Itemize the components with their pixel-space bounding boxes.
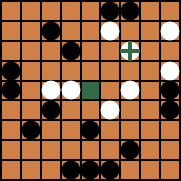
black-attacker-stone[interactable] [41, 101, 60, 120]
cell-r8c6[interactable] [121, 161, 139, 179]
cell-r8c5[interactable] [101, 161, 119, 179]
tafl-board [0, 0, 181, 181]
cell-r4c5[interactable] [101, 82, 119, 100]
cell-r6c5[interactable] [101, 121, 119, 139]
cell-r1c7[interactable] [141, 22, 159, 40]
cell-r6c6[interactable] [121, 121, 139, 139]
cell-r5c1[interactable] [22, 101, 40, 119]
cell-r3c3[interactable] [62, 62, 80, 80]
white-defender-stone[interactable] [101, 101, 120, 120]
cell-r6c3[interactable] [62, 121, 80, 139]
king-cross-icon [120, 49, 140, 53]
cell-r2c0[interactable] [2, 42, 20, 60]
cell-r7c2[interactable] [42, 141, 60, 159]
black-attacker-stone[interactable] [121, 141, 140, 160]
cell-r3c6[interactable] [121, 62, 139, 80]
cell-r2c6[interactable] [121, 42, 139, 60]
cell-r6c4[interactable] [82, 121, 100, 139]
cell-r5c7[interactable] [141, 101, 159, 119]
white-defender-stone[interactable] [41, 81, 60, 100]
cell-r7c4[interactable] [82, 141, 100, 159]
cell-r4c3[interactable] [62, 82, 80, 100]
cell-r8c7[interactable] [141, 161, 159, 179]
cell-r3c8[interactable] [161, 62, 179, 80]
cell-r4c7[interactable] [141, 82, 159, 100]
cell-r4c8[interactable] [161, 82, 179, 100]
cell-r8c4[interactable] [82, 161, 100, 179]
black-attacker-stone[interactable] [81, 121, 100, 140]
cell-r1c1[interactable] [22, 22, 40, 40]
black-attacker-stone[interactable] [21, 121, 40, 140]
cell-r5c8[interactable] [161, 101, 179, 119]
cell-r6c1[interactable] [22, 121, 40, 139]
cell-r5c3[interactable] [62, 101, 80, 119]
black-attacker-stone[interactable] [101, 161, 120, 180]
cell-r8c0[interactable] [2, 161, 20, 179]
cell-r0c6[interactable] [121, 2, 139, 20]
cell-r8c2[interactable] [42, 161, 60, 179]
cell-r3c5[interactable] [101, 62, 119, 80]
cell-r2c4[interactable] [82, 42, 100, 60]
cell-r7c8[interactable] [161, 141, 179, 159]
cell-r2c1[interactable] [22, 42, 40, 60]
cell-r5c5[interactable] [101, 101, 119, 119]
cell-r2c8[interactable] [161, 42, 179, 60]
cell-r1c8[interactable] [161, 22, 179, 40]
cell-r0c4[interactable] [82, 2, 100, 20]
black-attacker-stone[interactable] [161, 81, 180, 100]
white-defender-stone[interactable] [121, 81, 140, 100]
cell-r0c7[interactable] [141, 2, 159, 20]
cell-r4c1[interactable] [22, 82, 40, 100]
cell-r7c5[interactable] [101, 141, 119, 159]
white-defender-stone[interactable] [101, 21, 120, 40]
cell-r0c2[interactable] [42, 2, 60, 20]
black-attacker-stone[interactable] [1, 81, 20, 100]
cell-r8c3[interactable] [62, 161, 80, 179]
cell-r5c6[interactable] [121, 101, 139, 119]
cell-r7c1[interactable] [22, 141, 40, 159]
cell-r6c0[interactable] [2, 121, 20, 139]
white-defender-stone[interactable] [161, 61, 180, 80]
cell-r1c6[interactable] [121, 22, 139, 40]
cell-r7c7[interactable] [141, 141, 159, 159]
cell-r2c7[interactable] [141, 42, 159, 60]
cell-r6c7[interactable] [141, 121, 159, 139]
black-attacker-stone[interactable] [101, 1, 120, 20]
cell-r1c5[interactable] [101, 22, 119, 40]
cell-r4c2[interactable] [42, 82, 60, 100]
black-attacker-stone[interactable] [41, 21, 60, 40]
throne-square[interactable] [82, 82, 100, 100]
cell-r3c1[interactable] [22, 62, 40, 80]
cell-r2c5[interactable] [101, 42, 119, 60]
black-attacker-stone[interactable] [81, 161, 100, 180]
cell-r0c5[interactable] [101, 2, 119, 20]
white-defender-stone[interactable] [161, 21, 180, 40]
cell-r1c3[interactable] [62, 22, 80, 40]
black-attacker-stone[interactable] [121, 1, 140, 20]
cell-r3c7[interactable] [141, 62, 159, 80]
cell-r1c4[interactable] [82, 22, 100, 40]
cell-r5c4[interactable] [82, 101, 100, 119]
cell-r7c6[interactable] [121, 141, 139, 159]
cell-r0c0[interactable] [2, 2, 20, 20]
black-attacker-stone[interactable] [161, 101, 180, 120]
cell-r3c4[interactable] [82, 62, 100, 80]
cell-r8c1[interactable] [22, 161, 40, 179]
cell-r6c2[interactable] [42, 121, 60, 139]
cell-r1c0[interactable] [2, 22, 20, 40]
cell-r6c8[interactable] [161, 121, 179, 139]
cell-r3c0[interactable] [2, 62, 20, 80]
cell-r1c2[interactable] [42, 22, 60, 40]
cell-r7c0[interactable] [2, 141, 20, 159]
cell-r0c1[interactable] [22, 2, 40, 20]
cell-r0c3[interactable] [62, 2, 80, 20]
cell-r7c3[interactable] [62, 141, 80, 159]
black-attacker-stone[interactable] [61, 161, 80, 180]
black-attacker-stone[interactable] [61, 41, 80, 60]
cell-r8c8[interactable] [161, 161, 179, 179]
cell-r2c3[interactable] [62, 42, 80, 60]
cell-r2c2[interactable] [42, 42, 60, 60]
cell-r4c6[interactable] [121, 82, 139, 100]
cell-r3c2[interactable] [42, 62, 60, 80]
black-attacker-stone[interactable] [1, 61, 20, 80]
cell-r5c2[interactable] [42, 101, 60, 119]
white-defender-stone[interactable] [61, 81, 80, 100]
cell-r4c0[interactable] [2, 82, 20, 100]
cell-r5c0[interactable] [2, 101, 20, 119]
cell-r0c8[interactable] [161, 2, 179, 20]
